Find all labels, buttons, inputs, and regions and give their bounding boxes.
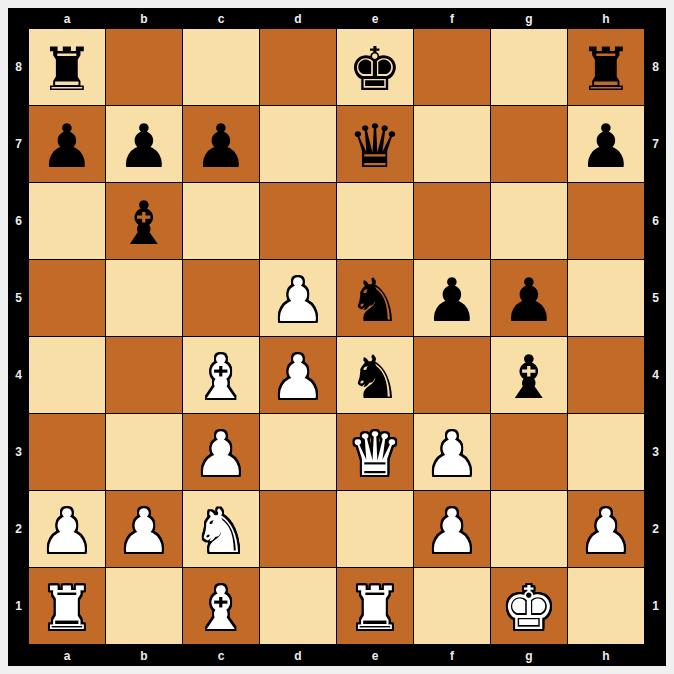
piece-white-knight[interactable]: ♞	[194, 501, 248, 561]
piece-white-king[interactable]: ♚	[502, 578, 556, 638]
square-g6[interactable]	[491, 183, 567, 259]
square-f1[interactable]	[414, 568, 490, 644]
rank-label-8: 8	[645, 29, 666, 105]
rank-label-1: 1	[645, 568, 666, 644]
piece-black-queen[interactable]: ♛	[348, 116, 402, 176]
rank-label-6: 6	[645, 183, 666, 259]
square-d1[interactable]	[260, 568, 336, 644]
piece-black-pawn[interactable]: ♟	[425, 270, 479, 330]
square-a8[interactable]: ♜	[29, 29, 105, 105]
file-label-a: a	[29, 645, 105, 666]
square-b1[interactable]	[106, 568, 182, 644]
rank-label-6: 6	[8, 183, 29, 259]
file-label-f: f	[414, 8, 490, 29]
square-d5[interactable]: ♟	[260, 260, 336, 336]
rank-label-5: 5	[8, 260, 29, 336]
square-e1[interactable]: ♜	[337, 568, 413, 644]
file-label-f: f	[414, 645, 490, 666]
square-h1[interactable]	[568, 568, 644, 644]
piece-black-pawn[interactable]: ♟	[579, 116, 633, 176]
piece-black-bishop[interactable]: ♝	[117, 193, 171, 253]
rank-label-2: 2	[645, 491, 666, 567]
piece-white-queen[interactable]: ♛	[348, 424, 402, 484]
square-h5[interactable]	[568, 260, 644, 336]
square-b5[interactable]	[106, 260, 182, 336]
piece-white-bishop[interactable]: ♝	[194, 347, 248, 407]
square-f2[interactable]: ♟	[414, 491, 490, 567]
piece-black-rook[interactable]: ♜	[40, 39, 94, 99]
square-b8[interactable]	[106, 29, 182, 105]
square-b3[interactable]	[106, 414, 182, 490]
square-g5[interactable]: ♟	[491, 260, 567, 336]
square-h7[interactable]: ♟	[568, 106, 644, 182]
square-a2[interactable]: ♟	[29, 491, 105, 567]
piece-black-king[interactable]: ♚	[348, 39, 402, 99]
square-g2[interactable]	[491, 491, 567, 567]
square-g3[interactable]	[491, 414, 567, 490]
piece-black-bishop[interactable]: ♝	[502, 347, 556, 407]
rank-label-7: 7	[8, 106, 29, 182]
square-d6[interactable]	[260, 183, 336, 259]
square-a7[interactable]: ♟	[29, 106, 105, 182]
rank-label-5: 5	[645, 260, 666, 336]
square-c3[interactable]: ♟	[183, 414, 259, 490]
square-e8[interactable]: ♚	[337, 29, 413, 105]
page: { "game": "chess", "position": { "fen": …	[0, 0, 674, 674]
piece-white-pawn[interactable]: ♟	[194, 424, 248, 484]
file-label-c: c	[183, 8, 259, 29]
square-a4[interactable]	[29, 337, 105, 413]
square-c1[interactable]: ♝	[183, 568, 259, 644]
square-f8[interactable]	[414, 29, 490, 105]
square-e5[interactable]: ♞	[337, 260, 413, 336]
rank-label-7: 7	[645, 106, 666, 182]
file-labels-top: abcdefgh	[29, 8, 644, 29]
square-b7[interactable]: ♟	[106, 106, 182, 182]
square-d7[interactable]	[260, 106, 336, 182]
square-f3[interactable]: ♟	[414, 414, 490, 490]
square-d2[interactable]	[260, 491, 336, 567]
square-d3[interactable]	[260, 414, 336, 490]
square-c7[interactable]: ♟	[183, 106, 259, 182]
piece-black-knight[interactable]: ♞	[348, 270, 402, 330]
square-d4[interactable]: ♟	[260, 337, 336, 413]
square-h2[interactable]: ♟	[568, 491, 644, 567]
file-label-g: g	[491, 645, 567, 666]
square-b6[interactable]: ♝	[106, 183, 182, 259]
file-label-h: h	[568, 645, 644, 666]
piece-black-pawn[interactable]: ♟	[502, 270, 556, 330]
piece-white-pawn[interactable]: ♟	[579, 501, 633, 561]
square-b2[interactable]: ♟	[106, 491, 182, 567]
square-c4[interactable]: ♝	[183, 337, 259, 413]
square-h4[interactable]	[568, 337, 644, 413]
rank-label-1: 1	[8, 568, 29, 644]
square-c6[interactable]	[183, 183, 259, 259]
rank-label-2: 2	[8, 491, 29, 567]
piece-black-rook[interactable]: ♜	[579, 39, 633, 99]
square-f7[interactable]	[414, 106, 490, 182]
square-e2[interactable]	[337, 491, 413, 567]
file-label-d: d	[260, 645, 336, 666]
rank-label-4: 4	[645, 337, 666, 413]
square-f4[interactable]	[414, 337, 490, 413]
square-a6[interactable]	[29, 183, 105, 259]
rank-label-3: 3	[8, 414, 29, 490]
file-label-c: c	[183, 645, 259, 666]
file-label-e: e	[337, 645, 413, 666]
square-g4[interactable]: ♝	[491, 337, 567, 413]
file-label-h: h	[568, 8, 644, 29]
square-a3[interactable]	[29, 414, 105, 490]
square-h6[interactable]	[568, 183, 644, 259]
piece-white-pawn[interactable]: ♟	[40, 501, 94, 561]
square-c8[interactable]	[183, 29, 259, 105]
file-labels-bottom: abcdefgh	[29, 645, 644, 666]
piece-black-pawn[interactable]: ♟	[194, 116, 248, 176]
square-g8[interactable]	[491, 29, 567, 105]
square-e4[interactable]: ♞	[337, 337, 413, 413]
piece-white-bishop[interactable]: ♝	[194, 578, 248, 638]
piece-white-rook[interactable]: ♜	[348, 578, 402, 638]
board-frame: abcdefgh abcdefgh 87654321 87654321 ♜♚♜♟…	[8, 8, 666, 666]
piece-white-pawn[interactable]: ♟	[117, 501, 171, 561]
piece-black-knight[interactable]: ♞	[348, 347, 402, 407]
square-h3[interactable]	[568, 414, 644, 490]
square-e6[interactable]	[337, 183, 413, 259]
piece-black-pawn[interactable]: ♟	[117, 116, 171, 176]
square-e7[interactable]: ♛	[337, 106, 413, 182]
square-g7[interactable]	[491, 106, 567, 182]
square-c5[interactable]	[183, 260, 259, 336]
square-a5[interactable]	[29, 260, 105, 336]
piece-black-pawn[interactable]: ♟	[40, 116, 94, 176]
square-d8[interactable]	[260, 29, 336, 105]
square-b4[interactable]	[106, 337, 182, 413]
piece-white-pawn[interactable]: ♟	[425, 501, 479, 561]
file-label-g: g	[491, 8, 567, 29]
square-e3[interactable]: ♛	[337, 414, 413, 490]
piece-white-pawn[interactable]: ♟	[271, 347, 325, 407]
board-grid: ♜♚♜♟♟♟♛♟♝♟♞♟♟♝♟♞♝♟♛♟♟♟♞♟♟♜♝♜♚	[29, 29, 644, 644]
rank-labels-left: 87654321	[8, 29, 29, 644]
file-label-b: b	[106, 645, 182, 666]
file-label-e: e	[337, 8, 413, 29]
piece-white-rook[interactable]: ♜	[40, 578, 94, 638]
file-label-d: d	[260, 8, 336, 29]
square-c2[interactable]: ♞	[183, 491, 259, 567]
rank-label-4: 4	[8, 337, 29, 413]
piece-white-pawn[interactable]: ♟	[271, 270, 325, 330]
square-g1[interactable]: ♚	[491, 568, 567, 644]
rank-label-3: 3	[645, 414, 666, 490]
square-h8[interactable]: ♜	[568, 29, 644, 105]
file-label-a: a	[29, 8, 105, 29]
square-f6[interactable]	[414, 183, 490, 259]
file-label-b: b	[106, 8, 182, 29]
square-a1[interactable]: ♜	[29, 568, 105, 644]
rank-labels-right: 87654321	[645, 29, 666, 644]
square-f5[interactable]: ♟	[414, 260, 490, 336]
piece-white-pawn[interactable]: ♟	[425, 424, 479, 484]
rank-label-8: 8	[8, 29, 29, 105]
